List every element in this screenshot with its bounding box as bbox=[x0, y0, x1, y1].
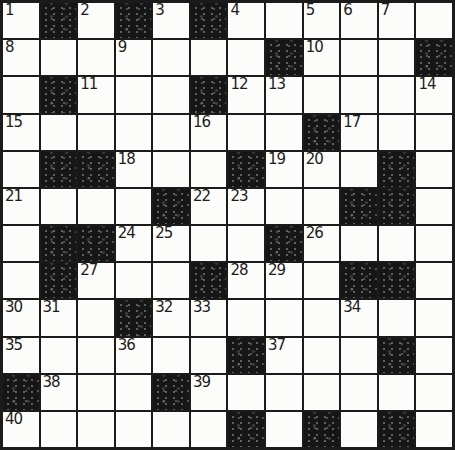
clue-number-15: 15 bbox=[5, 115, 22, 131]
block-cell-r1c11 bbox=[416, 40, 452, 75]
white-cell-r11c0[interactable]: 40 bbox=[3, 412, 39, 447]
white-cell-r10c5[interactable]: 39 bbox=[191, 375, 227, 410]
clue-number-22: 22 bbox=[193, 189, 210, 205]
clue-number-4: 4 bbox=[230, 3, 239, 19]
white-cell-r3c1[interactable] bbox=[41, 115, 77, 150]
block-cell-r7c5 bbox=[191, 263, 227, 298]
white-cell-r9c1[interactable] bbox=[41, 338, 77, 373]
white-cell-r11c2[interactable] bbox=[78, 412, 114, 447]
white-cell-r1c8[interactable]: 10 bbox=[304, 40, 340, 75]
white-cell-r3c5[interactable]: 16 bbox=[191, 115, 227, 150]
white-cell-r6c6[interactable] bbox=[228, 226, 264, 261]
white-cell-r4c8[interactable]: 20 bbox=[304, 152, 340, 187]
clue-number-35: 35 bbox=[5, 338, 22, 354]
clue-number-12: 12 bbox=[230, 77, 247, 93]
white-cell-r3c6[interactable] bbox=[228, 115, 264, 150]
clue-number-14: 14 bbox=[418, 77, 435, 93]
white-cell-r5c11[interactable] bbox=[416, 189, 452, 224]
block-cell-r10c0 bbox=[3, 375, 39, 410]
white-cell-r2c7[interactable]: 13 bbox=[266, 77, 302, 112]
white-cell-r1c2[interactable] bbox=[78, 40, 114, 75]
block-cell-r11c6 bbox=[228, 412, 264, 447]
white-cell-r1c6[interactable] bbox=[228, 40, 264, 75]
clue-number-34: 34 bbox=[343, 300, 360, 316]
white-cell-r7c11[interactable] bbox=[416, 263, 452, 298]
white-cell-r2c8[interactable] bbox=[304, 77, 340, 112]
white-cell-r3c0[interactable]: 15 bbox=[3, 115, 39, 150]
clue-number-6: 6 bbox=[343, 3, 352, 19]
clue-number-23: 23 bbox=[230, 189, 247, 205]
block-cell-r7c9 bbox=[341, 263, 377, 298]
block-cell-r10c4 bbox=[153, 375, 189, 410]
white-cell-r3c11[interactable] bbox=[416, 115, 452, 150]
white-cell-r3c2[interactable] bbox=[78, 115, 114, 150]
white-cell-r3c9[interactable]: 17 bbox=[341, 115, 377, 150]
clue-number-32: 32 bbox=[155, 300, 172, 316]
white-cell-r7c6[interactable]: 28 bbox=[228, 263, 264, 298]
white-cell-r2c4[interactable] bbox=[153, 77, 189, 112]
clue-number-1: 1 bbox=[5, 3, 14, 19]
white-cell-r6c8[interactable]: 26 bbox=[304, 226, 340, 261]
block-cell-r0c3 bbox=[116, 3, 152, 38]
white-cell-r10c6[interactable] bbox=[228, 375, 264, 410]
white-cell-r3c7[interactable] bbox=[266, 115, 302, 150]
white-cell-r9c4[interactable] bbox=[153, 338, 189, 373]
white-cell-r10c1[interactable]: 38 bbox=[41, 375, 77, 410]
white-cell-r5c2[interactable] bbox=[78, 189, 114, 224]
clue-number-33: 33 bbox=[193, 300, 210, 316]
white-cell-r6c9[interactable] bbox=[341, 226, 377, 261]
white-cell-r8c6[interactable] bbox=[228, 300, 264, 335]
white-cell-r5c8[interactable] bbox=[304, 189, 340, 224]
block-cell-r0c5 bbox=[191, 3, 227, 38]
white-cell-r11c3[interactable] bbox=[116, 412, 152, 447]
white-cell-r10c11[interactable] bbox=[416, 375, 452, 410]
white-cell-r7c0[interactable] bbox=[3, 263, 39, 298]
clue-number-3: 3 bbox=[155, 3, 164, 19]
clue-number-27: 27 bbox=[80, 263, 97, 279]
clue-number-36: 36 bbox=[118, 338, 135, 354]
white-cell-r5c0[interactable]: 21 bbox=[3, 189, 39, 224]
white-cell-r0c9[interactable]: 6 bbox=[341, 3, 377, 38]
white-cell-r5c6[interactable]: 23 bbox=[228, 189, 264, 224]
white-cell-r8c8[interactable] bbox=[304, 300, 340, 335]
white-cell-r10c7[interactable] bbox=[266, 375, 302, 410]
block-cell-r4c10 bbox=[379, 152, 415, 187]
clue-number-17: 17 bbox=[343, 115, 360, 131]
white-cell-r4c9[interactable] bbox=[341, 152, 377, 187]
white-cell-r0c0[interactable]: 1 bbox=[3, 3, 39, 38]
block-cell-r6c7 bbox=[266, 226, 302, 261]
clue-number-7: 7 bbox=[381, 3, 390, 19]
white-cell-r4c4[interactable] bbox=[153, 152, 189, 187]
clue-number-29: 29 bbox=[268, 263, 285, 279]
block-cell-r1c7 bbox=[266, 40, 302, 75]
white-cell-r8c1[interactable]: 31 bbox=[41, 300, 77, 335]
block-cell-r11c8 bbox=[304, 412, 340, 447]
block-cell-r4c1 bbox=[41, 152, 77, 187]
white-cell-r6c11[interactable] bbox=[416, 226, 452, 261]
white-cell-r11c9[interactable] bbox=[341, 412, 377, 447]
white-cell-r2c3[interactable] bbox=[116, 77, 152, 112]
clue-number-18: 18 bbox=[118, 152, 135, 168]
white-cell-r1c1[interactable] bbox=[41, 40, 77, 75]
white-cell-r2c10[interactable] bbox=[379, 77, 415, 112]
white-cell-r8c10[interactable] bbox=[379, 300, 415, 335]
white-cell-r7c7[interactable]: 29 bbox=[266, 263, 302, 298]
block-cell-r3c8 bbox=[304, 115, 340, 150]
white-cell-r1c0[interactable]: 8 bbox=[3, 40, 39, 75]
block-cell-r5c10 bbox=[379, 189, 415, 224]
white-cell-r0c4[interactable]: 3 bbox=[153, 3, 189, 38]
white-cell-r10c9[interactable] bbox=[341, 375, 377, 410]
clue-number-38: 38 bbox=[43, 375, 60, 391]
white-cell-r7c4[interactable] bbox=[153, 263, 189, 298]
white-cell-r2c6[interactable]: 12 bbox=[228, 77, 264, 112]
white-cell-r5c5[interactable]: 22 bbox=[191, 189, 227, 224]
white-cell-r8c9[interactable]: 34 bbox=[341, 300, 377, 335]
white-cell-r0c10[interactable]: 7 bbox=[379, 3, 415, 38]
clue-number-28: 28 bbox=[230, 263, 247, 279]
white-cell-r3c3[interactable] bbox=[116, 115, 152, 150]
block-cell-r9c6 bbox=[228, 338, 264, 373]
white-cell-r9c9[interactable] bbox=[341, 338, 377, 373]
white-cell-r7c3[interactable] bbox=[116, 263, 152, 298]
white-cell-r9c0[interactable]: 35 bbox=[3, 338, 39, 373]
white-cell-r0c2[interactable]: 2 bbox=[78, 3, 114, 38]
white-cell-r3c10[interactable] bbox=[379, 115, 415, 150]
white-cell-r10c3[interactable] bbox=[116, 375, 152, 410]
block-cell-r6c2 bbox=[78, 226, 114, 261]
white-cell-r4c5[interactable] bbox=[191, 152, 227, 187]
white-cell-r8c5[interactable]: 33 bbox=[191, 300, 227, 335]
block-cell-r6c1 bbox=[41, 226, 77, 261]
white-cell-r11c11[interactable] bbox=[416, 412, 452, 447]
white-cell-r4c7[interactable]: 19 bbox=[266, 152, 302, 187]
white-cell-r1c3[interactable]: 9 bbox=[116, 40, 152, 75]
white-cell-r0c11[interactable] bbox=[416, 3, 452, 38]
white-cell-r4c0[interactable] bbox=[3, 152, 39, 187]
clue-number-9: 9 bbox=[118, 40, 127, 56]
block-cell-r4c2 bbox=[78, 152, 114, 187]
clue-number-40: 40 bbox=[5, 412, 22, 428]
clue-number-16: 16 bbox=[193, 115, 210, 131]
clue-number-19: 19 bbox=[268, 152, 285, 168]
clue-number-5: 5 bbox=[306, 3, 315, 19]
clue-number-8: 8 bbox=[5, 40, 14, 56]
clue-number-24: 24 bbox=[118, 226, 135, 242]
white-cell-r7c2[interactable]: 27 bbox=[78, 263, 114, 298]
clue-number-31: 31 bbox=[43, 300, 60, 316]
block-cell-r8c3 bbox=[116, 300, 152, 335]
white-cell-r9c11[interactable] bbox=[416, 338, 452, 373]
white-cell-r2c9[interactable] bbox=[341, 77, 377, 112]
white-cell-r5c3[interactable] bbox=[116, 189, 152, 224]
block-cell-r2c5 bbox=[191, 77, 227, 112]
white-cell-r8c11[interactable] bbox=[416, 300, 452, 335]
block-cell-r9c10 bbox=[379, 338, 415, 373]
white-cell-r8c2[interactable] bbox=[78, 300, 114, 335]
clue-number-11: 11 bbox=[80, 77, 97, 93]
white-cell-r11c1[interactable] bbox=[41, 412, 77, 447]
clue-number-39: 39 bbox=[193, 375, 210, 391]
clue-number-30: 30 bbox=[5, 300, 22, 316]
white-cell-r7c8[interactable] bbox=[304, 263, 340, 298]
white-cell-r10c8[interactable] bbox=[304, 375, 340, 410]
white-cell-r6c4[interactable]: 25 bbox=[153, 226, 189, 261]
block-cell-r0c1 bbox=[41, 3, 77, 38]
white-cell-r5c1[interactable] bbox=[41, 189, 77, 224]
white-cell-r11c7[interactable] bbox=[266, 412, 302, 447]
white-cell-r0c8[interactable]: 5 bbox=[304, 3, 340, 38]
white-cell-r3c4[interactable] bbox=[153, 115, 189, 150]
white-cell-r0c6[interactable]: 4 bbox=[228, 3, 264, 38]
white-cell-r4c11[interactable] bbox=[416, 152, 452, 187]
block-cell-r7c10 bbox=[379, 263, 415, 298]
white-cell-r1c4[interactable] bbox=[153, 40, 189, 75]
white-cell-r8c4[interactable]: 32 bbox=[153, 300, 189, 335]
block-cell-r5c9 bbox=[341, 189, 377, 224]
white-cell-r6c10[interactable] bbox=[379, 226, 415, 261]
white-cell-r8c7[interactable] bbox=[266, 300, 302, 335]
white-cell-r1c5[interactable] bbox=[191, 40, 227, 75]
clue-number-2: 2 bbox=[80, 3, 89, 19]
clue-number-21: 21 bbox=[5, 189, 22, 205]
white-cell-r11c4[interactable] bbox=[153, 412, 189, 447]
clue-number-37: 37 bbox=[268, 338, 285, 354]
block-cell-r11c10 bbox=[379, 412, 415, 447]
white-cell-r9c8[interactable] bbox=[304, 338, 340, 373]
block-cell-r5c4 bbox=[153, 189, 189, 224]
white-cell-r9c7[interactable]: 37 bbox=[266, 338, 302, 373]
block-cell-r7c1 bbox=[41, 263, 77, 298]
white-cell-r2c2[interactable]: 11 bbox=[78, 77, 114, 112]
white-cell-r2c0[interactable] bbox=[3, 77, 39, 112]
clue-number-26: 26 bbox=[306, 226, 323, 242]
white-cell-r8c0[interactable]: 30 bbox=[3, 300, 39, 335]
clue-number-25: 25 bbox=[155, 226, 172, 242]
white-cell-r6c5[interactable] bbox=[191, 226, 227, 261]
white-cell-r2c11[interactable]: 14 bbox=[416, 77, 452, 112]
white-cell-r5c7[interactable] bbox=[266, 189, 302, 224]
white-cell-r11c5[interactable] bbox=[191, 412, 227, 447]
clue-number-13: 13 bbox=[268, 77, 285, 93]
white-cell-r10c2[interactable] bbox=[78, 375, 114, 410]
block-cell-r2c1 bbox=[41, 77, 77, 112]
white-cell-r9c3[interactable]: 36 bbox=[116, 338, 152, 373]
clue-number-20: 20 bbox=[306, 152, 323, 168]
white-cell-r0c7[interactable] bbox=[266, 3, 302, 38]
white-cell-r10c10[interactable] bbox=[379, 375, 415, 410]
white-cell-r9c2[interactable] bbox=[78, 338, 114, 373]
white-cell-r6c3[interactable]: 24 bbox=[116, 226, 152, 261]
white-cell-r1c9[interactable] bbox=[341, 40, 377, 75]
block-cell-r4c6 bbox=[228, 152, 264, 187]
white-cell-r9c5[interactable] bbox=[191, 338, 227, 373]
white-cell-r6c0[interactable] bbox=[3, 226, 39, 261]
white-cell-r1c10[interactable] bbox=[379, 40, 415, 75]
clue-number-10: 10 bbox=[306, 40, 323, 56]
crossword-grid: 1234567891011121314151617181920212223242… bbox=[0, 0, 455, 450]
white-cell-r4c3[interactable]: 18 bbox=[116, 152, 152, 187]
